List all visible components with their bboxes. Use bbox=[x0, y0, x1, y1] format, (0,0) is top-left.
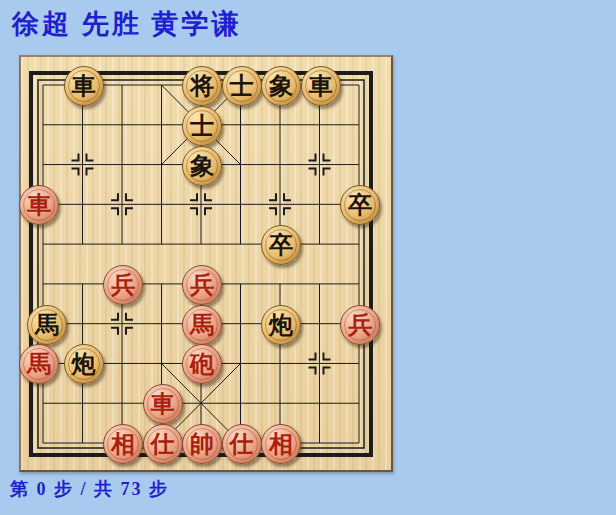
piece-black-soldier[interactable]: 卒 bbox=[261, 225, 301, 265]
piece-black-advisor[interactable]: 士 bbox=[182, 106, 222, 146]
piece-red-elephant[interactable]: 相 bbox=[103, 424, 143, 464]
piece-black-chariot[interactable]: 車 bbox=[301, 66, 341, 106]
piece-red-advisor[interactable]: 仕 bbox=[222, 424, 262, 464]
piece-red-horse[interactable]: 馬 bbox=[182, 305, 222, 345]
piece-black-advisor[interactable]: 士 bbox=[222, 66, 262, 106]
move-counter: 第 0 步 / 共 73 步 bbox=[10, 477, 169, 501]
piece-black-horse[interactable]: 馬 bbox=[27, 305, 67, 345]
piece-black-cannon[interactable]: 炮 bbox=[261, 305, 301, 345]
piece-black-cannon[interactable]: 炮 bbox=[64, 344, 104, 384]
piece-red-elephant[interactable]: 相 bbox=[261, 424, 301, 464]
piece-black-general[interactable]: 将 bbox=[182, 66, 222, 106]
piece-black-chariot[interactable]: 車 bbox=[64, 66, 104, 106]
piece-red-soldier[interactable]: 兵 bbox=[340, 305, 380, 345]
piece-red-soldier[interactable]: 兵 bbox=[182, 265, 222, 305]
piece-red-advisor[interactable]: 仕 bbox=[143, 424, 183, 464]
match-title: 徐超 先胜 黄学谦 bbox=[12, 6, 242, 42]
piece-red-chariot[interactable]: 車 bbox=[143, 384, 183, 424]
piece-red-general[interactable]: 帥 bbox=[182, 424, 222, 464]
xiangqi-board[interactable]: 車将士象車士象車卒卒兵兵馬馬炮兵馬炮砲車相仕帥仕相 bbox=[19, 55, 393, 472]
piece-black-elephant[interactable]: 象 bbox=[182, 146, 222, 186]
piece-red-soldier[interactable]: 兵 bbox=[103, 265, 143, 305]
piece-black-elephant[interactable]: 象 bbox=[261, 66, 301, 106]
